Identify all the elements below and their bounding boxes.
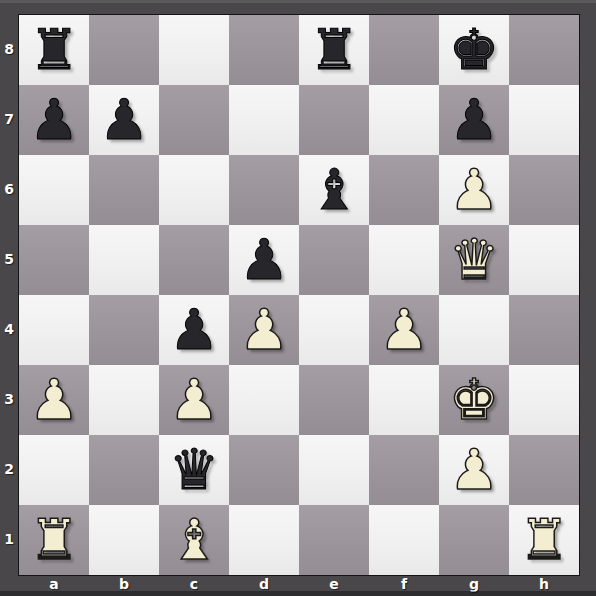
square-e8[interactable]: ♜ bbox=[299, 15, 369, 85]
square-f1[interactable] bbox=[369, 505, 439, 575]
square-f7[interactable] bbox=[369, 85, 439, 155]
black-pawn[interactable]: ♟ bbox=[159, 295, 229, 365]
square-c3[interactable]: ♟ bbox=[159, 365, 229, 435]
square-h5[interactable] bbox=[509, 225, 579, 295]
square-h2[interactable] bbox=[509, 435, 579, 505]
square-g8[interactable]: ♚ bbox=[439, 15, 509, 85]
square-d2[interactable] bbox=[229, 435, 299, 505]
square-d6[interactable] bbox=[229, 155, 299, 225]
rank-label-6: 6 bbox=[0, 154, 18, 224]
square-b8[interactable] bbox=[89, 15, 159, 85]
square-c8[interactable] bbox=[159, 15, 229, 85]
white-pawn[interactable]: ♟ bbox=[439, 435, 509, 505]
black-pawn[interactable]: ♟ bbox=[89, 85, 159, 155]
square-a7[interactable]: ♟ bbox=[19, 85, 89, 155]
white-pawn[interactable]: ♟ bbox=[229, 295, 299, 365]
square-c4[interactable]: ♟ bbox=[159, 295, 229, 365]
white-pawn[interactable]: ♟ bbox=[159, 365, 229, 435]
white-queen[interactable]: ♛ bbox=[439, 225, 509, 295]
rank-label-2: 2 bbox=[0, 434, 18, 504]
square-e1[interactable] bbox=[299, 505, 369, 575]
square-a6[interactable] bbox=[19, 155, 89, 225]
chess-diagram: 87654321 ♜♜♚♟♟♟♝♟♟♛♟♟♟♟♟♚♛♟♜♝♜ abcdefgh bbox=[0, 0, 596, 596]
square-d5[interactable]: ♟ bbox=[229, 225, 299, 295]
white-rook[interactable]: ♜ bbox=[509, 505, 579, 575]
white-bishop[interactable]: ♝ bbox=[159, 505, 229, 575]
black-pawn[interactable]: ♟ bbox=[229, 225, 299, 295]
rank-label-8: 8 bbox=[0, 14, 18, 84]
square-c6[interactable] bbox=[159, 155, 229, 225]
square-d4[interactable]: ♟ bbox=[229, 295, 299, 365]
square-e3[interactable] bbox=[299, 365, 369, 435]
square-d7[interactable] bbox=[229, 85, 299, 155]
rank-label-5: 5 bbox=[0, 224, 18, 294]
frame-bottom-shadow bbox=[0, 591, 596, 596]
square-g4[interactable] bbox=[439, 295, 509, 365]
square-c1[interactable]: ♝ bbox=[159, 505, 229, 575]
rank-label-1: 1 bbox=[0, 504, 18, 574]
black-rook[interactable]: ♜ bbox=[299, 15, 369, 85]
black-bishop[interactable]: ♝ bbox=[299, 155, 369, 225]
square-b7[interactable]: ♟ bbox=[89, 85, 159, 155]
square-f6[interactable] bbox=[369, 155, 439, 225]
square-c2[interactable]: ♛ bbox=[159, 435, 229, 505]
rank-label-7: 7 bbox=[0, 84, 18, 154]
square-b2[interactable] bbox=[89, 435, 159, 505]
square-f3[interactable] bbox=[369, 365, 439, 435]
square-g2[interactable]: ♟ bbox=[439, 435, 509, 505]
square-b4[interactable] bbox=[89, 295, 159, 365]
square-g1[interactable] bbox=[439, 505, 509, 575]
square-e4[interactable] bbox=[299, 295, 369, 365]
rank-label-4: 4 bbox=[0, 294, 18, 364]
black-queen[interactable]: ♛ bbox=[159, 435, 229, 505]
square-c7[interactable] bbox=[159, 85, 229, 155]
chess-board: ♜♜♚♟♟♟♝♟♟♛♟♟♟♟♟♚♛♟♜♝♜ bbox=[18, 14, 580, 576]
square-h7[interactable] bbox=[509, 85, 579, 155]
square-f4[interactable]: ♟ bbox=[369, 295, 439, 365]
square-e2[interactable] bbox=[299, 435, 369, 505]
frame-top-highlight bbox=[0, 0, 596, 3]
black-king[interactable]: ♚ bbox=[439, 15, 509, 85]
white-rook[interactable]: ♜ bbox=[19, 505, 89, 575]
square-e5[interactable] bbox=[299, 225, 369, 295]
square-g5[interactable]: ♛ bbox=[439, 225, 509, 295]
square-b3[interactable] bbox=[89, 365, 159, 435]
square-g3[interactable]: ♚ bbox=[439, 365, 509, 435]
square-f2[interactable] bbox=[369, 435, 439, 505]
square-e7[interactable] bbox=[299, 85, 369, 155]
black-pawn[interactable]: ♟ bbox=[19, 85, 89, 155]
square-a5[interactable] bbox=[19, 225, 89, 295]
square-a8[interactable]: ♜ bbox=[19, 15, 89, 85]
square-a2[interactable] bbox=[19, 435, 89, 505]
white-king[interactable]: ♚ bbox=[439, 365, 509, 435]
square-h4[interactable] bbox=[509, 295, 579, 365]
square-f8[interactable] bbox=[369, 15, 439, 85]
square-e6[interactable]: ♝ bbox=[299, 155, 369, 225]
white-pawn[interactable]: ♟ bbox=[439, 155, 509, 225]
square-h3[interactable] bbox=[509, 365, 579, 435]
square-b1[interactable] bbox=[89, 505, 159, 575]
square-g6[interactable]: ♟ bbox=[439, 155, 509, 225]
square-a3[interactable]: ♟ bbox=[19, 365, 89, 435]
black-pawn[interactable]: ♟ bbox=[439, 85, 509, 155]
square-h6[interactable] bbox=[509, 155, 579, 225]
square-a1[interactable]: ♜ bbox=[19, 505, 89, 575]
square-a4[interactable] bbox=[19, 295, 89, 365]
white-pawn[interactable]: ♟ bbox=[369, 295, 439, 365]
square-g7[interactable]: ♟ bbox=[439, 85, 509, 155]
square-b6[interactable] bbox=[89, 155, 159, 225]
rank-labels: 87654321 bbox=[0, 14, 18, 574]
white-pawn[interactable]: ♟ bbox=[19, 365, 89, 435]
square-d1[interactable] bbox=[229, 505, 299, 575]
square-c5[interactable] bbox=[159, 225, 229, 295]
rank-label-3: 3 bbox=[0, 364, 18, 434]
square-d8[interactable] bbox=[229, 15, 299, 85]
square-h1[interactable]: ♜ bbox=[509, 505, 579, 575]
black-rook[interactable]: ♜ bbox=[19, 15, 89, 85]
square-d3[interactable] bbox=[229, 365, 299, 435]
square-f5[interactable] bbox=[369, 225, 439, 295]
square-h8[interactable] bbox=[509, 15, 579, 85]
square-b5[interactable] bbox=[89, 225, 159, 295]
